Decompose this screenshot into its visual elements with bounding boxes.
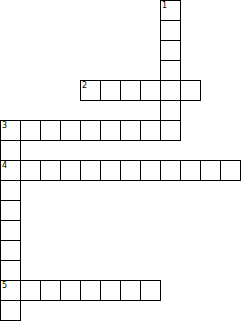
crossword-cell-r8c5[interactable] <box>100 160 121 181</box>
crossword-cell-r4c4[interactable] <box>80 80 101 101</box>
crossword-cell-r13c0[interactable] <box>0 260 21 281</box>
crossword-cell-r8c11[interactable] <box>220 160 241 181</box>
crossword-cell-r15c0[interactable] <box>0 300 21 321</box>
crossword-cell-r14c3[interactable] <box>60 280 81 301</box>
crossword-cell-r12c0[interactable] <box>0 240 21 261</box>
crossword-cell-r8c3[interactable] <box>60 160 81 181</box>
crossword-cell-r9c0[interactable] <box>0 180 21 201</box>
crossword-cell-r6c6[interactable] <box>120 120 141 141</box>
crossword-cell-r6c8[interactable] <box>160 120 181 141</box>
crossword-cell-r8c7[interactable] <box>140 160 161 181</box>
crossword-puzzle: 12345 <box>0 0 241 321</box>
crossword-cell-r14c2[interactable] <box>40 280 61 301</box>
crossword-cell-r8c9[interactable] <box>180 160 201 181</box>
crossword-cell-r8c4[interactable] <box>80 160 101 181</box>
crossword-cell-r14c0[interactable] <box>0 280 21 301</box>
crossword-cell-r14c4[interactable] <box>80 280 101 301</box>
crossword-cell-r14c6[interactable] <box>120 280 141 301</box>
crossword-cell-r2c8[interactable] <box>160 40 181 61</box>
crossword-cell-r6c7[interactable] <box>140 120 161 141</box>
crossword-cell-r11c0[interactable] <box>0 220 21 241</box>
crossword-cell-r14c5[interactable] <box>100 280 121 301</box>
crossword-cell-r6c3[interactable] <box>60 120 81 141</box>
crossword-cell-r8c6[interactable] <box>120 160 141 181</box>
crossword-cell-r8c10[interactable] <box>200 160 221 181</box>
crossword-cell-r0c8[interactable] <box>160 0 181 21</box>
crossword-cell-r6c1[interactable] <box>20 120 41 141</box>
crossword-cell-r14c1[interactable] <box>20 280 41 301</box>
crossword-cell-r6c4[interactable] <box>80 120 101 141</box>
crossword-cell-r5c8[interactable] <box>160 100 181 121</box>
crossword-cell-r4c9[interactable] <box>180 80 201 101</box>
crossword-grid: 12345 <box>0 0 241 321</box>
crossword-cell-r8c1[interactable] <box>20 160 41 181</box>
crossword-cell-r7c0[interactable] <box>0 140 21 161</box>
crossword-cell-r8c8[interactable] <box>160 160 181 181</box>
crossword-cell-r1c8[interactable] <box>160 20 181 41</box>
crossword-cell-r8c2[interactable] <box>40 160 61 181</box>
crossword-cell-r6c2[interactable] <box>40 120 61 141</box>
crossword-cell-r4c6[interactable] <box>120 80 141 101</box>
crossword-cell-r4c7[interactable] <box>140 80 161 101</box>
crossword-cell-r14c7[interactable] <box>140 280 161 301</box>
crossword-cell-r3c8[interactable] <box>160 60 181 81</box>
crossword-cell-r4c8[interactable] <box>160 80 181 101</box>
crossword-cell-r4c5[interactable] <box>100 80 121 101</box>
crossword-cell-r6c0[interactable] <box>0 120 21 141</box>
crossword-cell-r6c5[interactable] <box>100 120 121 141</box>
crossword-cell-r10c0[interactable] <box>0 200 21 221</box>
crossword-cell-r8c0[interactable] <box>0 160 21 181</box>
